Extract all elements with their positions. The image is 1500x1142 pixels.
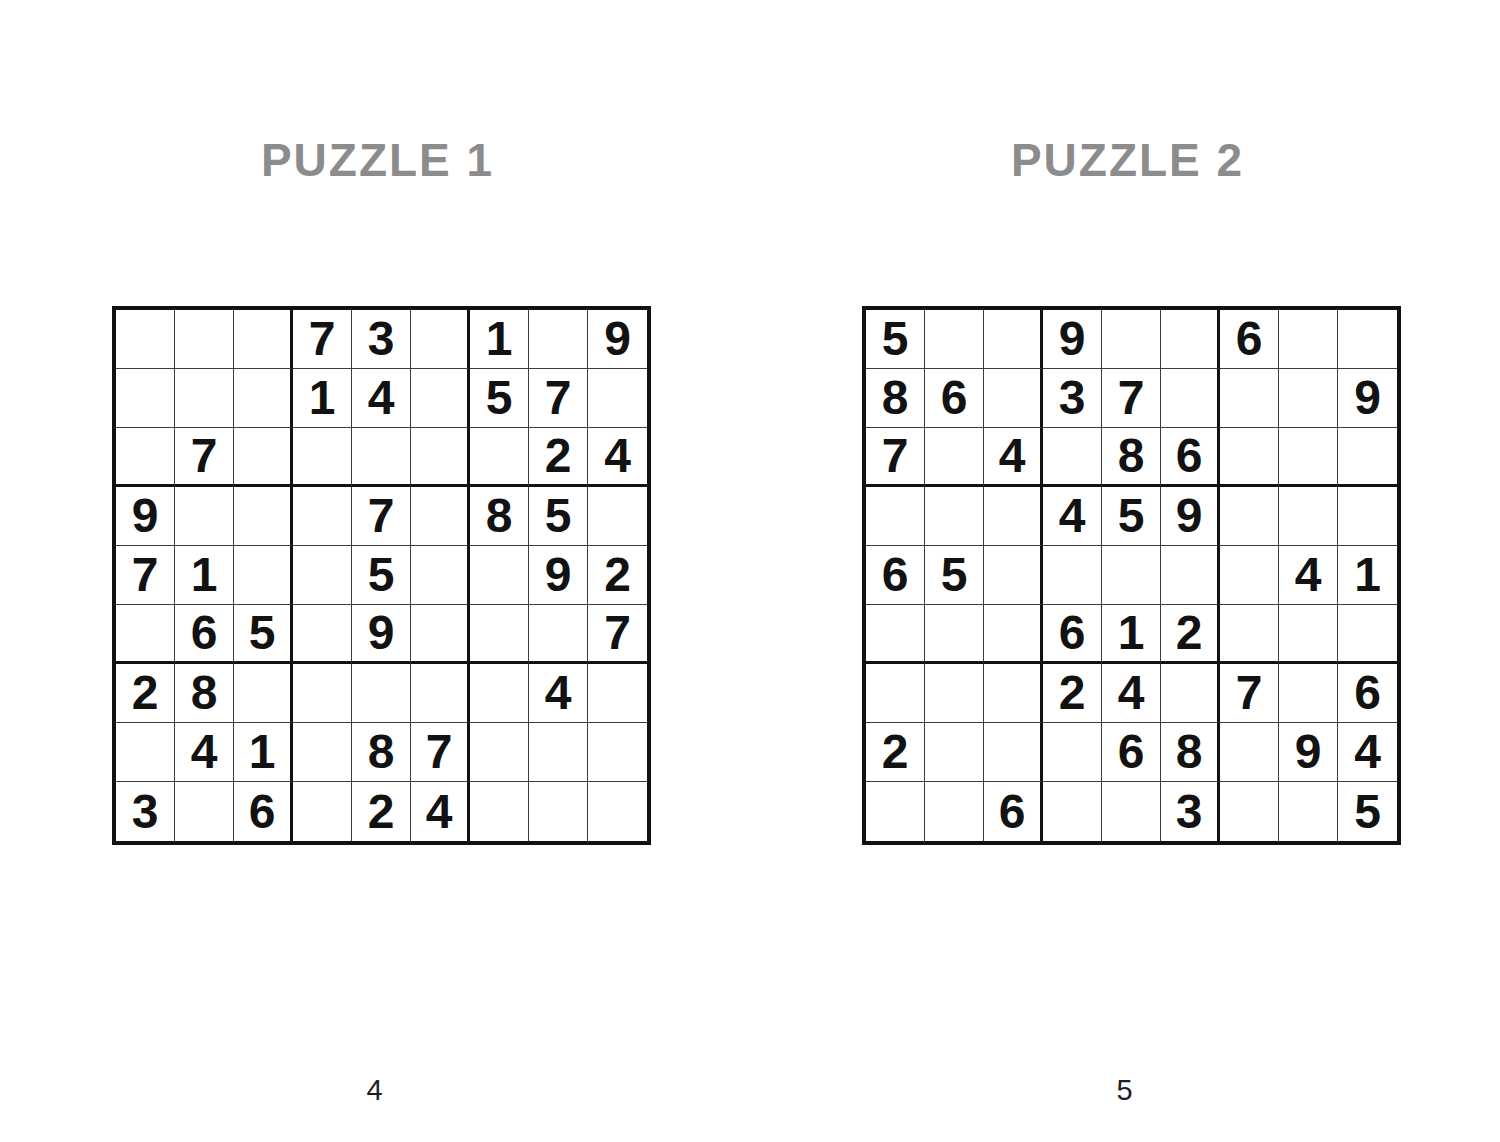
cell-r9c4 [1043,782,1102,841]
cell-r7c2: 8 [175,664,234,723]
cell-r8c6: 7 [411,723,470,782]
cell-r5c6 [411,546,470,605]
cell-r3c9: 4 [588,428,647,487]
cell-r6c8 [529,605,588,664]
cell-r1c6 [1161,310,1220,369]
cell-r6c7 [470,605,529,664]
cell-r2c2: 6 [925,369,984,428]
cell-r9c9 [588,782,647,841]
cell-r4c1 [866,487,925,546]
cell-r3c7 [470,428,529,487]
cell-r9c7 [470,782,529,841]
cell-r1c5: 3 [352,310,411,369]
cell-r5c5 [1102,546,1161,605]
cell-r7c7: 7 [1220,664,1279,723]
cell-r5c8: 9 [529,546,588,605]
cell-r1c8 [529,310,588,369]
cell-r7c1: 2 [116,664,175,723]
cell-r1c6 [411,310,470,369]
cell-r5c2: 1 [175,546,234,605]
book-spread: PUZZLE 1 7319145772497857159265972844187… [0,0,1500,1142]
cell-r2c6 [1161,369,1220,428]
cell-r3c3 [234,428,293,487]
cell-r3c6: 6 [1161,428,1220,487]
cell-r2c5: 4 [352,369,411,428]
cell-r6c2 [925,605,984,664]
cell-r7c4 [293,664,352,723]
cell-r8c8: 9 [1279,723,1338,782]
page-number-right: 5 [750,1074,1500,1107]
cell-r5c2: 5 [925,546,984,605]
sudoku-grid-1: 73191457724978571592659728441873624 [112,306,651,845]
cell-r9c6: 4 [411,782,470,841]
cell-r1c9 [1338,310,1397,369]
cell-r6c6 [411,605,470,664]
cell-r1c2 [175,310,234,369]
cell-r2c8: 7 [529,369,588,428]
cell-r6c1 [116,605,175,664]
cell-r2c6 [411,369,470,428]
cell-r5c5: 5 [352,546,411,605]
cell-r1c7: 1 [470,310,529,369]
cell-r4c3 [234,487,293,546]
cell-r1c7: 6 [1220,310,1279,369]
cell-r3c5 [352,428,411,487]
cell-r9c6: 3 [1161,782,1220,841]
cell-r4c7: 8 [470,487,529,546]
cell-r2c9: 9 [1338,369,1397,428]
cell-r2c8 [1279,369,1338,428]
cell-r2c4: 3 [1043,369,1102,428]
sudoku-grid-2: 5968637974864596541612247626894635 [862,306,1401,845]
cell-r5c4 [293,546,352,605]
cell-r4c8 [1279,487,1338,546]
cell-r2c4: 1 [293,369,352,428]
cell-r6c5: 1 [1102,605,1161,664]
cell-r2c5: 7 [1102,369,1161,428]
cell-r8c5: 8 [352,723,411,782]
cell-r3c1: 7 [866,428,925,487]
cell-r1c5 [1102,310,1161,369]
cell-r9c1 [866,782,925,841]
cell-r4c6 [411,487,470,546]
cell-r6c3: 5 [234,605,293,664]
cell-r9c3: 6 [234,782,293,841]
cell-r9c4 [293,782,352,841]
cell-r4c5: 5 [1102,487,1161,546]
cell-r4c2 [175,487,234,546]
cell-r8c3: 1 [234,723,293,782]
cell-r5c3 [234,546,293,605]
cell-r7c5 [352,664,411,723]
cell-r1c8 [1279,310,1338,369]
cell-r6c1 [866,605,925,664]
cell-r4c2 [925,487,984,546]
cell-r2c1: 8 [866,369,925,428]
cell-r5c4 [1043,546,1102,605]
cell-r2c7: 5 [470,369,529,428]
cell-r1c1 [116,310,175,369]
cell-r7c3 [984,664,1043,723]
puzzle-1-title: PUZZLE 1 [112,133,643,187]
cell-r7c7 [470,664,529,723]
cell-r2c3 [234,369,293,428]
cell-r8c7 [1220,723,1279,782]
cell-r4c9 [1338,487,1397,546]
cell-r1c4: 7 [293,310,352,369]
cell-r8c1 [116,723,175,782]
cell-r9c5: 2 [352,782,411,841]
cell-r4c3 [984,487,1043,546]
cell-r2c7 [1220,369,1279,428]
cell-r4c4: 4 [1043,487,1102,546]
cell-r8c9 [588,723,647,782]
cell-r8c8 [529,723,588,782]
cell-r8c3 [984,723,1043,782]
cell-r5c7 [470,546,529,605]
cell-r4c8: 5 [529,487,588,546]
cell-r1c3 [984,310,1043,369]
cell-r2c9 [588,369,647,428]
cell-r2c3 [984,369,1043,428]
cell-r6c3 [984,605,1043,664]
cell-r3c2: 7 [175,428,234,487]
cell-r1c4: 9 [1043,310,1102,369]
cell-r6c4 [293,605,352,664]
cell-r9c8 [529,782,588,841]
cell-r7c6 [1161,664,1220,723]
cell-r1c1: 5 [866,310,925,369]
cell-r9c8 [1279,782,1338,841]
cell-r7c9 [588,664,647,723]
cell-r3c2 [925,428,984,487]
cell-r8c9: 4 [1338,723,1397,782]
cell-r9c1: 3 [116,782,175,841]
cell-r3c6 [411,428,470,487]
cell-r7c5: 4 [1102,664,1161,723]
cell-r6c9: 7 [588,605,647,664]
cell-r7c9: 6 [1338,664,1397,723]
cell-r2c2 [175,369,234,428]
cell-r7c3 [234,664,293,723]
cell-r6c5: 9 [352,605,411,664]
cell-r6c9 [1338,605,1397,664]
cell-r5c1: 7 [116,546,175,605]
cell-r3c4 [1043,428,1102,487]
cell-r7c1 [866,664,925,723]
cell-r2c1 [116,369,175,428]
page-number-left: 4 [0,1074,750,1107]
cell-r5c6 [1161,546,1220,605]
cell-r4c5: 7 [352,487,411,546]
cell-r6c4: 6 [1043,605,1102,664]
cell-r9c2 [175,782,234,841]
cell-r3c8: 2 [529,428,588,487]
cell-r3c3: 4 [984,428,1043,487]
cell-r3c7 [1220,428,1279,487]
cell-r9c5 [1102,782,1161,841]
cell-r4c1: 9 [116,487,175,546]
cell-r6c6: 2 [1161,605,1220,664]
cell-r3c8 [1279,428,1338,487]
cell-r7c8: 4 [529,664,588,723]
cell-r4c6: 9 [1161,487,1220,546]
cell-r8c7 [470,723,529,782]
cell-r9c2 [925,782,984,841]
cell-r7c8 [1279,664,1338,723]
cell-r6c2: 6 [175,605,234,664]
cell-r1c3 [234,310,293,369]
cell-r5c9: 2 [588,546,647,605]
cell-r5c7 [1220,546,1279,605]
cell-r3c9 [1338,428,1397,487]
cell-r8c1: 2 [866,723,925,782]
cell-r7c6 [411,664,470,723]
cell-r8c5: 6 [1102,723,1161,782]
cell-r9c7 [1220,782,1279,841]
cell-r4c7 [1220,487,1279,546]
cell-r4c4 [293,487,352,546]
cell-r3c5: 8 [1102,428,1161,487]
cell-r3c1 [116,428,175,487]
cell-r3c4 [293,428,352,487]
cell-r7c2 [925,664,984,723]
cell-r9c3: 6 [984,782,1043,841]
cell-r5c1: 6 [866,546,925,605]
cell-r8c4 [1043,723,1102,782]
cell-r1c2 [925,310,984,369]
cell-r8c2 [925,723,984,782]
cell-r5c3 [984,546,1043,605]
cell-r5c8: 4 [1279,546,1338,605]
cell-r8c4 [293,723,352,782]
cell-r4c9 [588,487,647,546]
cell-r1c9: 9 [588,310,647,369]
cell-r8c6: 8 [1161,723,1220,782]
cell-r9c9: 5 [1338,782,1397,841]
cell-r6c8 [1279,605,1338,664]
cell-r5c9: 1 [1338,546,1397,605]
cell-r8c2: 4 [175,723,234,782]
cell-r7c4: 2 [1043,664,1102,723]
puzzle-2-title: PUZZLE 2 [862,133,1393,187]
cell-r6c7 [1220,605,1279,664]
